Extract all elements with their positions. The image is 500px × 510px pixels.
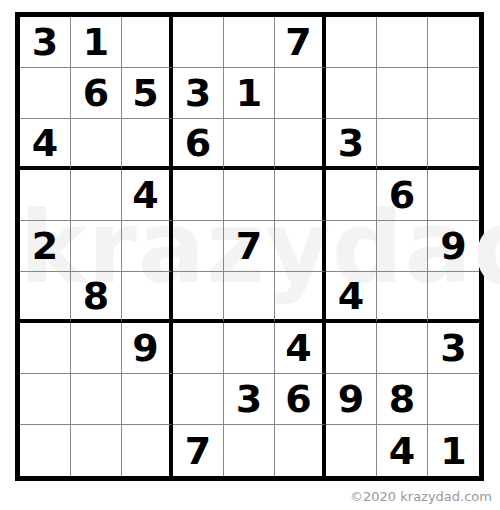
cell-r9c4[interactable]: 7: [173, 425, 224, 476]
cell-r8c1[interactable]: [20, 374, 71, 425]
cell-r3c4[interactable]: 6: [173, 119, 224, 170]
given-digit: 7: [185, 432, 211, 470]
given-digit: 3: [185, 74, 211, 112]
cell-r8c4[interactable]: [173, 374, 224, 425]
given-digit: 7: [285, 23, 311, 61]
cell-r6c2[interactable]: 8: [71, 272, 122, 323]
cell-r5c3[interactable]: [122, 221, 173, 272]
given-digit: 6: [285, 380, 311, 418]
cell-r6c9[interactable]: [428, 272, 479, 323]
cell-r4c6[interactable]: [275, 170, 326, 221]
cell-r6c6[interactable]: [275, 272, 326, 323]
cell-r9c1[interactable]: [20, 425, 71, 476]
cell-r8c8[interactable]: 8: [377, 374, 428, 425]
given-digit: 5: [132, 74, 158, 112]
cell-r9c8[interactable]: 4: [377, 425, 428, 476]
cell-r3c9[interactable]: [428, 119, 479, 170]
cell-r7c6[interactable]: 4: [275, 323, 326, 374]
given-digit: 4: [285, 329, 311, 367]
cell-r1c9[interactable]: [428, 17, 479, 68]
cell-r4c9[interactable]: [428, 170, 479, 221]
cell-r9c2[interactable]: [71, 425, 122, 476]
cell-r5c2[interactable]: [71, 221, 122, 272]
cell-r9c5[interactable]: [224, 425, 275, 476]
cell-r6c5[interactable]: [224, 272, 275, 323]
sudoku-board: krazydad 317653146346279849433698741: [15, 12, 484, 481]
cell-r8c3[interactable]: [122, 374, 173, 425]
cell-r1c3[interactable]: [122, 17, 173, 68]
cell-r3c6[interactable]: [275, 119, 326, 170]
cell-r1c2[interactable]: 1: [71, 17, 122, 68]
cell-r3c2[interactable]: [71, 119, 122, 170]
cell-r8c9[interactable]: [428, 374, 479, 425]
cell-r7c3[interactable]: 9: [122, 323, 173, 374]
cell-r3c7[interactable]: 3: [326, 119, 377, 170]
given-digit: 4: [338, 277, 364, 315]
given-digit: 8: [389, 380, 415, 418]
cell-r3c8[interactable]: [377, 119, 428, 170]
given-digit: 6: [83, 74, 109, 112]
cell-r5c4[interactable]: [173, 221, 224, 272]
cell-r3c1[interactable]: 4: [20, 119, 71, 170]
cell-r9c7[interactable]: [326, 425, 377, 476]
cell-r4c8[interactable]: 6: [377, 170, 428, 221]
given-digit: 8: [83, 277, 109, 315]
cell-r5c1[interactable]: 2: [20, 221, 71, 272]
given-digit: 3: [338, 124, 364, 162]
given-digit: 9: [132, 329, 158, 367]
cell-r2c2[interactable]: 6: [71, 68, 122, 119]
cell-r2c7[interactable]: [326, 68, 377, 119]
cell-r5c6[interactable]: [275, 221, 326, 272]
given-digit: 4: [389, 432, 415, 470]
cell-r4c4[interactable]: [173, 170, 224, 221]
cell-r6c8[interactable]: [377, 272, 428, 323]
given-digit: 3: [440, 329, 466, 367]
cell-r5c7[interactable]: [326, 221, 377, 272]
cell-r2c9[interactable]: [428, 68, 479, 119]
cell-r9c6[interactable]: [275, 425, 326, 476]
cell-r4c7[interactable]: [326, 170, 377, 221]
copyright-text: ©2020 krazydad.com: [350, 489, 492, 504]
cell-r1c5[interactable]: [224, 17, 275, 68]
cell-r5c9[interactable]: 9: [428, 221, 479, 272]
cell-r7c2[interactable]: [71, 323, 122, 374]
cell-r9c9[interactable]: 1: [428, 425, 479, 476]
given-digit: 9: [440, 227, 466, 265]
cell-r1c8[interactable]: [377, 17, 428, 68]
cell-r6c7[interactable]: 4: [326, 272, 377, 323]
given-digit: 2: [32, 227, 58, 265]
cell-r1c7[interactable]: [326, 17, 377, 68]
cell-r6c4[interactable]: [173, 272, 224, 323]
given-digit: 3: [236, 380, 262, 418]
cell-r4c2[interactable]: [71, 170, 122, 221]
cell-r7c8[interactable]: [377, 323, 428, 374]
cell-r1c6[interactable]: 7: [275, 17, 326, 68]
given-digit: 6: [389, 176, 415, 214]
given-digit: 1: [83, 23, 109, 61]
given-digit: 1: [440, 432, 466, 470]
cell-r4c5[interactable]: [224, 170, 275, 221]
cell-r2c1[interactable]: [20, 68, 71, 119]
cell-r3c3[interactable]: [122, 119, 173, 170]
cell-r1c4[interactable]: [173, 17, 224, 68]
cell-r1c1[interactable]: 3: [20, 17, 71, 68]
cell-r2c8[interactable]: [377, 68, 428, 119]
cell-r7c7[interactable]: [326, 323, 377, 374]
cell-r9c3[interactable]: [122, 425, 173, 476]
cell-r3c5[interactable]: [224, 119, 275, 170]
cell-r8c6[interactable]: 6: [275, 374, 326, 425]
given-digit: 1: [236, 74, 262, 112]
cell-r2c6[interactable]: [275, 68, 326, 119]
cell-r7c5[interactable]: [224, 323, 275, 374]
cell-r5c5[interactable]: 7: [224, 221, 275, 272]
cell-r8c2[interactable]: [71, 374, 122, 425]
given-digit: 4: [132, 176, 158, 214]
given-digit: 9: [338, 380, 364, 418]
cell-r5c8[interactable]: [377, 221, 428, 272]
cell-r2c4[interactable]: 3: [173, 68, 224, 119]
cell-r6c1[interactable]: [20, 272, 71, 323]
given-digit: 3: [32, 23, 58, 61]
cell-r7c9[interactable]: 3: [428, 323, 479, 374]
given-digit: 4: [32, 124, 58, 162]
cell-r6c3[interactable]: [122, 272, 173, 323]
cell-r2c5[interactable]: 1: [224, 68, 275, 119]
cell-r2c3[interactable]: 5: [122, 68, 173, 119]
given-digit: 6: [185, 124, 211, 162]
cell-r7c1[interactable]: [20, 323, 71, 374]
cell-r8c7[interactable]: 9: [326, 374, 377, 425]
given-digit: 7: [236, 227, 262, 265]
cell-r4c1[interactable]: [20, 170, 71, 221]
cell-r7c4[interactable]: [173, 323, 224, 374]
cell-r4c3[interactable]: 4: [122, 170, 173, 221]
cell-r8c5[interactable]: 3: [224, 374, 275, 425]
